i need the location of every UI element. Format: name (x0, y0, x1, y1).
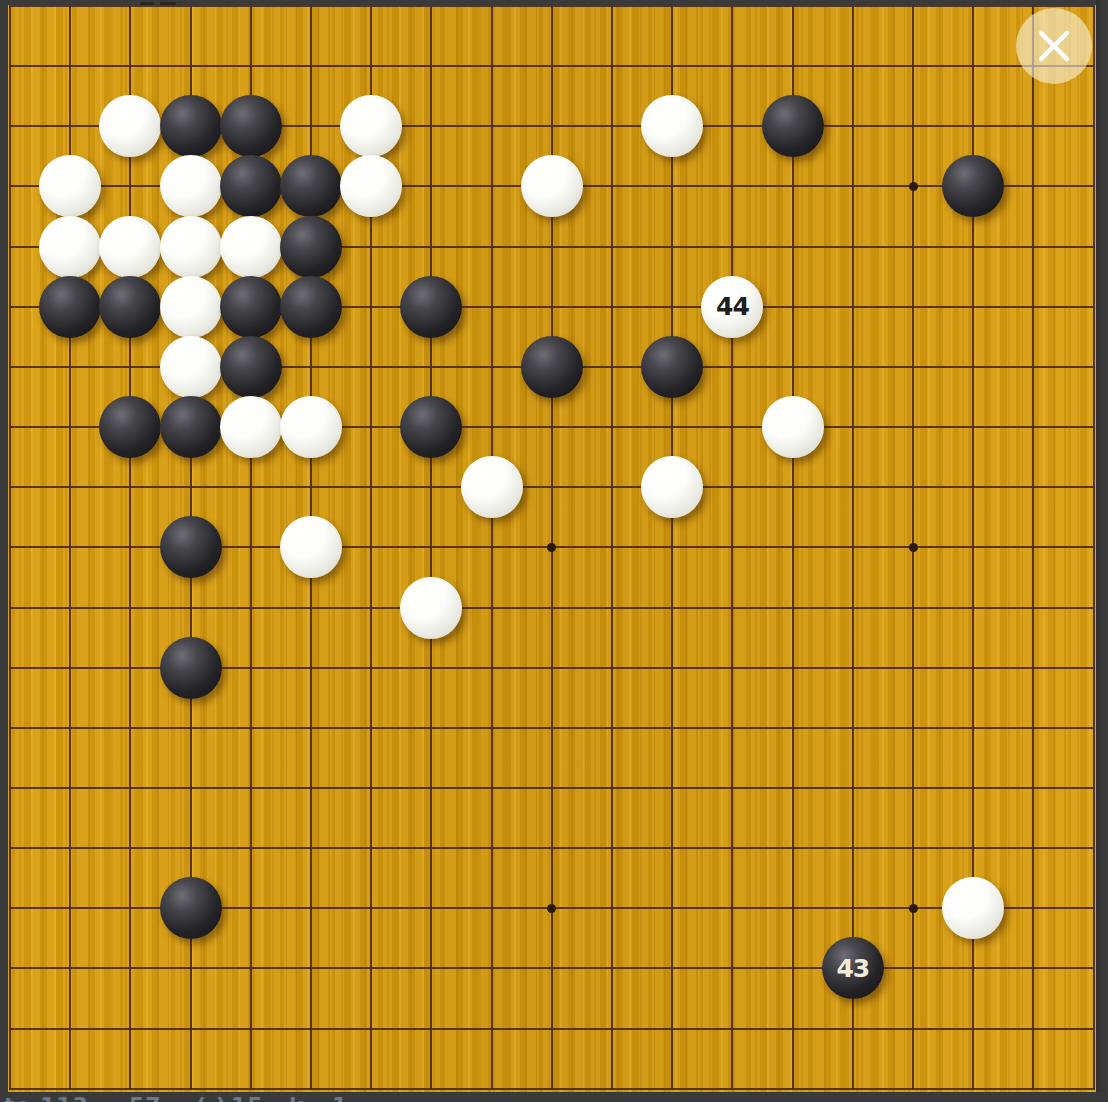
grid-line-horizontal (9, 787, 1095, 789)
stone-black (280, 276, 342, 338)
cutoff-text-fragment: 1 (332, 1093, 348, 1102)
stone-black (280, 155, 342, 217)
star-point (547, 904, 556, 913)
stone-black (160, 396, 222, 458)
stone-white (99, 216, 161, 278)
stone-white (160, 216, 222, 278)
cutoff-text-fragment: k (289, 1093, 305, 1102)
stone-white (641, 456, 703, 518)
top-edge-bar (0, 0, 1108, 5)
stone-white (942, 877, 1004, 939)
stone-black (160, 637, 222, 699)
stone-black (99, 276, 161, 338)
stone-white (340, 95, 402, 157)
go-board[interactable]: 4443 (8, 5, 1096, 1092)
grid-line-horizontal (9, 967, 1095, 969)
top-edge-text-remnant (160, 2, 176, 5)
stone-black (942, 155, 1004, 217)
stone-black (762, 95, 824, 157)
cutoff-text-fragment: ... (948, 1093, 976, 1102)
stone-black: 43 (822, 937, 884, 999)
close-icon (1035, 27, 1073, 65)
stone-white (340, 155, 402, 217)
grid-line-horizontal (9, 607, 1095, 609)
grid-line-horizontal (9, 1088, 1095, 1090)
stone-black (160, 516, 222, 578)
grid-line-vertical (611, 5, 613, 1090)
stone-white (39, 216, 101, 278)
stone-white (99, 95, 161, 157)
star-point (909, 182, 918, 191)
stone-black (220, 155, 282, 217)
bottom-edge-text: te11357( )15k1... (0, 1092, 1108, 1102)
cutoff-text-fragment: 57 (129, 1093, 162, 1102)
screenshot-stage: 4443 te11357( )15k1... (0, 0, 1108, 1102)
stone-black (39, 276, 101, 338)
grid-line-vertical (1093, 5, 1095, 1090)
close-button[interactable] (1016, 8, 1092, 84)
top-edge-text-remnant (140, 2, 154, 5)
cutoff-text-fragment: 15 (231, 1093, 264, 1102)
stone-black (400, 396, 462, 458)
stone-black (160, 877, 222, 939)
grid-line-vertical (792, 5, 794, 1090)
stone-white (641, 95, 703, 157)
stone-white (160, 155, 222, 217)
stone-black (280, 216, 342, 278)
grid-line-vertical (852, 5, 854, 1090)
grid-line-vertical (1032, 5, 1034, 1090)
cutoff-text-fragment: te (4, 1093, 31, 1102)
stone-white (280, 396, 342, 458)
stone-black (400, 276, 462, 338)
stone-black (220, 95, 282, 157)
grid-line-vertical (671, 5, 673, 1090)
stone-white (461, 456, 523, 518)
stone-move-number: 43 (822, 937, 884, 999)
stone-white (160, 276, 222, 338)
stone-black (99, 396, 161, 458)
grid-line-horizontal (9, 847, 1095, 849)
stone-black (521, 336, 583, 398)
stone-black (641, 336, 703, 398)
stone-black (220, 276, 282, 338)
stone-white (280, 516, 342, 578)
grid-line-horizontal (9, 727, 1095, 729)
cutoff-text-fragment: ( ) (196, 1093, 227, 1102)
stone-black (220, 336, 282, 398)
right-edge-bar (1096, 0, 1108, 1102)
star-point (909, 904, 918, 913)
stone-white (521, 155, 583, 217)
stone-white (220, 216, 282, 278)
stone-move-number: 44 (701, 276, 763, 338)
stone-white (762, 396, 824, 458)
grid-line-horizontal (9, 1028, 1095, 1030)
stone-white (39, 155, 101, 217)
stone-white (220, 396, 282, 458)
stone-white (160, 336, 222, 398)
stone-white (400, 577, 462, 639)
stone-black (160, 95, 222, 157)
star-point (547, 543, 556, 552)
cutoff-text-fragment: 113 (40, 1093, 89, 1102)
grid-line-vertical (731, 5, 733, 1090)
left-edge-bar (0, 0, 8, 1102)
stone-white: 44 (701, 276, 763, 338)
star-point (909, 543, 918, 552)
